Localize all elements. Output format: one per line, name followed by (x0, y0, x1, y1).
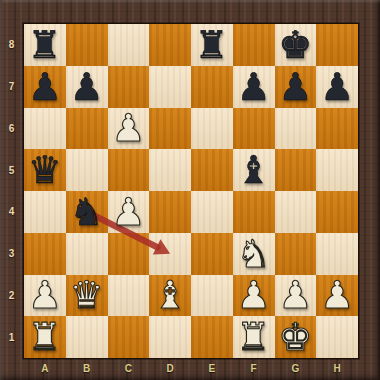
square-b2[interactable]: ♛ (66, 275, 108, 317)
black-pawn[interactable]: ♟ (28, 68, 62, 106)
square-f7[interactable]: ♟ (233, 66, 275, 108)
square-c2[interactable] (108, 275, 150, 317)
file-label-c: C (108, 358, 150, 378)
file-label-f: F (233, 358, 275, 378)
square-f5[interactable]: ♝ (233, 149, 275, 191)
square-a6[interactable] (24, 108, 66, 150)
square-b8[interactable] (66, 24, 108, 66)
square-a3[interactable] (24, 233, 66, 275)
square-c8[interactable] (108, 24, 150, 66)
chess-board: ♜♜♚♟♟♟♟♟♟♛♝♞♟♞♟♛♝♟♟♟♜♜♚ (23, 23, 359, 359)
white-rook[interactable]: ♜ (237, 318, 271, 356)
white-pawn[interactable]: ♟ (111, 109, 145, 147)
white-bishop[interactable]: ♝ (153, 276, 187, 314)
square-b3[interactable] (66, 233, 108, 275)
white-knight[interactable]: ♞ (237, 235, 271, 273)
rank-label-1: 1 (0, 316, 23, 358)
square-e8[interactable]: ♜ (191, 24, 233, 66)
square-e3[interactable] (191, 233, 233, 275)
rank-label-4: 4 (0, 191, 23, 233)
square-g8[interactable]: ♚ (275, 24, 317, 66)
file-label-b: B (66, 358, 108, 378)
square-h3[interactable] (316, 233, 358, 275)
chessboard-app: ♜♜♚♟♟♟♟♟♟♛♝♞♟♞♟♛♝♟♟♟♜♜♚ 87654321ABCDEFGH (0, 0, 380, 380)
square-f6[interactable] (233, 108, 275, 150)
black-pawn[interactable]: ♟ (320, 68, 354, 106)
black-pawn[interactable]: ♟ (237, 68, 271, 106)
square-c4[interactable]: ♟ (108, 191, 150, 233)
square-b7[interactable]: ♟ (66, 66, 108, 108)
rank-label-8: 8 (0, 24, 23, 66)
square-c6[interactable]: ♟ (108, 108, 150, 150)
square-f1[interactable]: ♜ (233, 316, 275, 358)
file-label-h: H (316, 358, 358, 378)
square-f8[interactable] (233, 24, 275, 66)
file-label-e: E (191, 358, 233, 378)
rank-label-7: 7 (0, 66, 23, 108)
square-e2[interactable] (191, 275, 233, 317)
square-d8[interactable] (149, 24, 191, 66)
square-g3[interactable] (275, 233, 317, 275)
square-d7[interactable] (149, 66, 191, 108)
square-b6[interactable] (66, 108, 108, 150)
file-label-a: A (24, 358, 66, 378)
square-h5[interactable] (316, 149, 358, 191)
rank-label-3: 3 (0, 233, 23, 275)
square-c3[interactable] (108, 233, 150, 275)
square-f2[interactable]: ♟ (233, 275, 275, 317)
square-b5[interactable] (66, 149, 108, 191)
white-king[interactable]: ♚ (278, 318, 312, 356)
square-h7[interactable]: ♟ (316, 66, 358, 108)
black-knight[interactable]: ♞ (70, 193, 104, 231)
square-a1[interactable]: ♜ (24, 316, 66, 358)
square-e4[interactable] (191, 191, 233, 233)
square-g7[interactable]: ♟ (275, 66, 317, 108)
black-rook[interactable]: ♜ (195, 26, 229, 64)
square-d6[interactable] (149, 108, 191, 150)
white-pawn[interactable]: ♟ (28, 276, 62, 314)
black-king[interactable]: ♚ (278, 26, 312, 64)
square-f3[interactable]: ♞ (233, 233, 275, 275)
white-rook[interactable]: ♜ (28, 318, 62, 356)
white-queen[interactable]: ♛ (70, 276, 104, 314)
square-g1[interactable]: ♚ (275, 316, 317, 358)
file-label-g: G (275, 358, 317, 378)
white-pawn[interactable]: ♟ (320, 276, 354, 314)
black-pawn[interactable]: ♟ (70, 68, 104, 106)
square-d3[interactable] (149, 233, 191, 275)
square-a2[interactable]: ♟ (24, 275, 66, 317)
square-a4[interactable] (24, 191, 66, 233)
square-h1[interactable] (316, 316, 358, 358)
square-d5[interactable] (149, 149, 191, 191)
square-h4[interactable] (316, 191, 358, 233)
rank-label-5: 5 (0, 149, 23, 191)
square-e5[interactable] (191, 149, 233, 191)
square-c5[interactable] (108, 149, 150, 191)
square-b1[interactable] (66, 316, 108, 358)
square-e1[interactable] (191, 316, 233, 358)
rank-label-2: 2 (0, 275, 23, 317)
square-b4[interactable]: ♞ (66, 191, 108, 233)
square-h8[interactable] (316, 24, 358, 66)
square-d1[interactable] (149, 316, 191, 358)
square-d4[interactable] (149, 191, 191, 233)
square-g4[interactable] (275, 191, 317, 233)
black-rook[interactable]: ♜ (28, 26, 62, 64)
black-bishop[interactable]: ♝ (237, 151, 271, 189)
square-e6[interactable] (191, 108, 233, 150)
black-pawn[interactable]: ♟ (278, 68, 312, 106)
square-a8[interactable]: ♜ (24, 24, 66, 66)
square-d2[interactable]: ♝ (149, 275, 191, 317)
white-pawn[interactable]: ♟ (278, 276, 312, 314)
white-pawn[interactable]: ♟ (111, 193, 145, 231)
square-h2[interactable]: ♟ (316, 275, 358, 317)
square-c1[interactable] (108, 316, 150, 358)
rank-label-6: 6 (0, 108, 23, 150)
square-a5[interactable]: ♛ (24, 149, 66, 191)
black-queen[interactable]: ♛ (28, 151, 62, 189)
square-f4[interactable] (233, 191, 275, 233)
square-g6[interactable] (275, 108, 317, 150)
white-pawn[interactable]: ♟ (237, 276, 271, 314)
square-g2[interactable]: ♟ (275, 275, 317, 317)
square-h6[interactable] (316, 108, 358, 150)
square-g5[interactable] (275, 149, 317, 191)
square-c7[interactable] (108, 66, 150, 108)
square-a7[interactable]: ♟ (24, 66, 66, 108)
file-label-d: D (149, 358, 191, 378)
square-e7[interactable] (191, 66, 233, 108)
